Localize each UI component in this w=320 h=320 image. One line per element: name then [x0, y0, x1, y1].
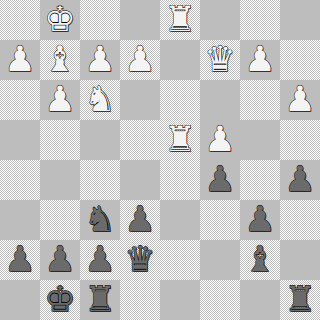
square-f3[interactable]: ♞: [80, 80, 120, 120]
square-d5[interactable]: [160, 160, 200, 200]
white-pawn[interactable]: ♟: [244, 40, 275, 79]
square-b5[interactable]: [240, 160, 280, 200]
black-rook[interactable]: ♜: [284, 280, 315, 319]
white-pawn[interactable]: ♟: [84, 40, 115, 79]
white-queen[interactable]: ♛: [204, 40, 235, 79]
white-bishop[interactable]: ♝: [44, 40, 75, 79]
white-king[interactable]: ♚: [44, 0, 75, 39]
square-e7[interactable]: ♛: [120, 240, 160, 280]
square-b7[interactable]: ♝: [240, 240, 280, 280]
square-c7[interactable]: [200, 240, 240, 280]
square-h8[interactable]: [0, 280, 40, 320]
square-a7[interactable]: [280, 240, 320, 280]
square-g7[interactable]: ♟: [40, 240, 80, 280]
black-pawn[interactable]: ♟: [284, 160, 315, 199]
square-g6[interactable]: [40, 200, 80, 240]
square-f2[interactable]: ♟: [80, 40, 120, 80]
square-f4[interactable]: [80, 120, 120, 160]
square-d3[interactable]: [160, 80, 200, 120]
square-d2[interactable]: [160, 40, 200, 80]
square-b8[interactable]: [240, 280, 280, 320]
square-g2[interactable]: ♝: [40, 40, 80, 80]
square-e3[interactable]: [120, 80, 160, 120]
square-b4[interactable]: [240, 120, 280, 160]
square-d8[interactable]: [160, 280, 200, 320]
square-e4[interactable]: [120, 120, 160, 160]
square-b3[interactable]: [240, 80, 280, 120]
chess-board: ♚♜♟♝♟♟♛♟♟♞♟♜♟♟♟♞♟♟♟♟♟♛♝♚♜♜: [0, 0, 320, 320]
black-queen[interactable]: ♛: [124, 240, 155, 279]
black-rook[interactable]: ♜: [84, 280, 115, 319]
square-c1[interactable]: [200, 0, 240, 40]
square-a6[interactable]: [280, 200, 320, 240]
black-pawn[interactable]: ♟: [44, 240, 75, 279]
square-a2[interactable]: [280, 40, 320, 80]
white-rook[interactable]: ♜: [164, 120, 195, 159]
white-pawn[interactable]: ♟: [284, 80, 315, 119]
square-g8[interactable]: ♚: [40, 280, 80, 320]
square-a5[interactable]: ♟: [280, 160, 320, 200]
square-h5[interactable]: [0, 160, 40, 200]
square-b6[interactable]: ♟: [240, 200, 280, 240]
square-d6[interactable]: [160, 200, 200, 240]
square-a8[interactable]: ♜: [280, 280, 320, 320]
black-pawn[interactable]: ♟: [204, 160, 235, 199]
square-h7[interactable]: ♟: [0, 240, 40, 280]
square-e5[interactable]: [120, 160, 160, 200]
white-rook[interactable]: ♜: [164, 0, 195, 39]
square-b1[interactable]: [240, 0, 280, 40]
black-pawn[interactable]: ♟: [124, 200, 155, 239]
square-g4[interactable]: [40, 120, 80, 160]
white-pawn[interactable]: ♟: [44, 80, 75, 119]
square-h6[interactable]: [0, 200, 40, 240]
white-pawn[interactable]: ♟: [124, 40, 155, 79]
square-e1[interactable]: [120, 0, 160, 40]
black-pawn[interactable]: ♟: [4, 240, 35, 279]
black-pawn[interactable]: ♟: [84, 240, 115, 279]
white-pawn[interactable]: ♟: [4, 40, 35, 79]
square-h3[interactable]: [0, 80, 40, 120]
square-a4[interactable]: [280, 120, 320, 160]
square-d1[interactable]: ♜: [160, 0, 200, 40]
square-e8[interactable]: [120, 280, 160, 320]
square-c2[interactable]: ♛: [200, 40, 240, 80]
square-d4[interactable]: ♜: [160, 120, 200, 160]
white-pawn[interactable]: ♟: [204, 120, 235, 159]
black-bishop[interactable]: ♝: [244, 240, 275, 279]
square-f1[interactable]: [80, 0, 120, 40]
square-f8[interactable]: ♜: [80, 280, 120, 320]
square-a1[interactable]: [280, 0, 320, 40]
square-g5[interactable]: [40, 160, 80, 200]
square-g1[interactable]: ♚: [40, 0, 80, 40]
white-knight[interactable]: ♞: [84, 80, 115, 119]
square-c4[interactable]: ♟: [200, 120, 240, 160]
black-pawn[interactable]: ♟: [244, 200, 275, 239]
square-d7[interactable]: [160, 240, 200, 280]
square-h4[interactable]: [0, 120, 40, 160]
square-h2[interactable]: ♟: [0, 40, 40, 80]
square-e6[interactable]: ♟: [120, 200, 160, 240]
square-f6[interactable]: ♞: [80, 200, 120, 240]
square-e2[interactable]: ♟: [120, 40, 160, 80]
square-h1[interactable]: [0, 0, 40, 40]
square-c6[interactable]: [200, 200, 240, 240]
black-king[interactable]: ♚: [44, 280, 75, 319]
square-f7[interactable]: ♟: [80, 240, 120, 280]
square-f5[interactable]: [80, 160, 120, 200]
square-c8[interactable]: [200, 280, 240, 320]
square-b2[interactable]: ♟: [240, 40, 280, 80]
square-g3[interactable]: ♟: [40, 80, 80, 120]
square-a3[interactable]: ♟: [280, 80, 320, 120]
black-knight[interactable]: ♞: [84, 200, 115, 239]
square-c5[interactable]: ♟: [200, 160, 240, 200]
square-c3[interactable]: [200, 80, 240, 120]
